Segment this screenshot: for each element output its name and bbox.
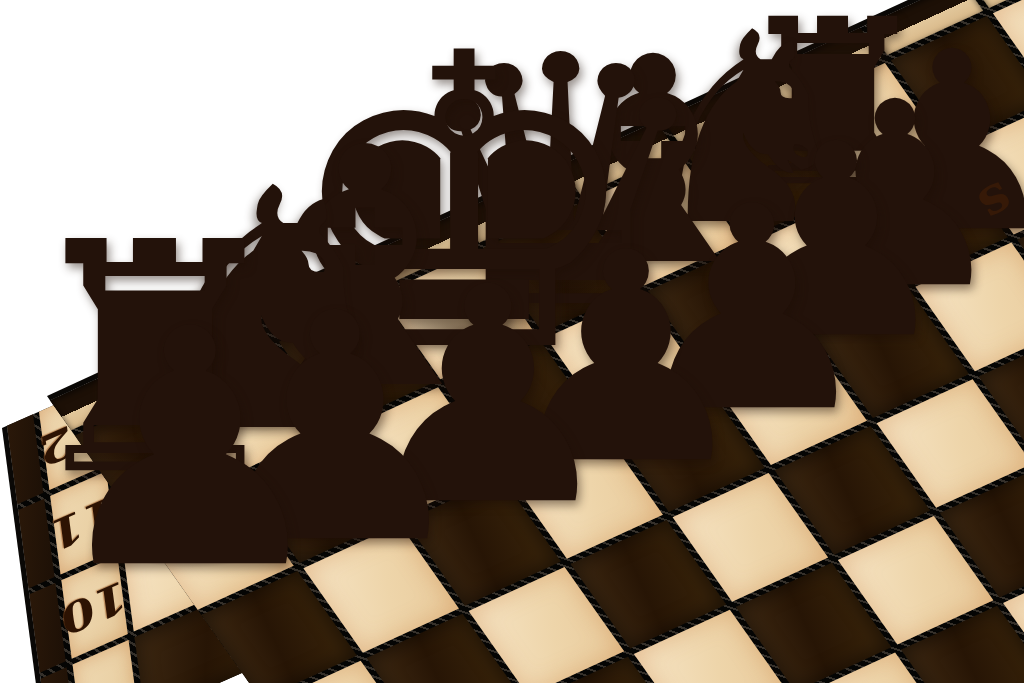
rank-number-label: 11 xyxy=(48,485,119,561)
chess-set-photo: Hand-carved wooden souvenir chess set ph… xyxy=(0,0,1024,683)
rank-number-label: 10 xyxy=(59,569,130,645)
chess-board xyxy=(47,0,1024,683)
